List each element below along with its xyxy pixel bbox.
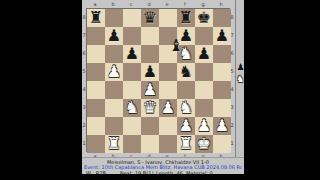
turn-indicator: W : R2B	[86, 171, 106, 176]
black-rook-a8[interactable]: ♜	[89, 9, 103, 27]
file-label-b: b	[104, 1, 122, 7]
black-rook-f8[interactable]: ♜	[179, 9, 193, 27]
square-b6[interactable]	[105, 45, 123, 63]
square-d3[interactable]: ♛	[141, 99, 159, 117]
square-c8[interactable]	[123, 9, 141, 27]
white-knight-icon: ♞	[236, 74, 245, 84]
rank-labels-right: 87654321	[230, 8, 234, 152]
rank-label-8: 8	[230, 8, 234, 26]
rank-label-5: 5	[230, 62, 234, 80]
video-frame: abcdefgh 87654321 ♜♛♜♚♟♟♟♟♞♟♟♟♞♟♞♛♟♞♟♟♟♜…	[0, 0, 320, 180]
white-knight-c3[interactable]: ♞	[125, 99, 139, 117]
file-label-f: f	[176, 1, 194, 7]
square-e8[interactable]	[159, 9, 177, 27]
square-f3[interactable]: ♞	[177, 99, 195, 117]
material-balance: Material: 0	[186, 171, 213, 176]
square-g5[interactable]	[195, 63, 213, 81]
rank-label-6: 6	[230, 44, 234, 62]
square-a4[interactable]	[87, 81, 105, 99]
rank-label-3: 3	[230, 98, 234, 116]
square-e3[interactable]: ♟	[159, 99, 177, 117]
game-info-footer: Meiselman, S - Ivanov, Chkhaidze VII 1-0…	[82, 157, 244, 174]
black-king-g8[interactable]: ♚	[197, 9, 211, 27]
square-a5[interactable]	[87, 63, 105, 81]
square-b3[interactable]	[105, 99, 123, 117]
square-c4[interactable]	[123, 81, 141, 99]
square-d7[interactable]	[141, 27, 159, 45]
square-h2[interactable]: ♟	[213, 117, 231, 135]
square-a2[interactable]	[87, 117, 105, 135]
square-g7[interactable]	[195, 27, 213, 45]
file-labels-top: abcdefgh	[86, 1, 230, 7]
square-g2[interactable]: ♟	[195, 117, 213, 135]
square-f2[interactable]: ♟	[177, 117, 195, 135]
square-a6[interactable]	[87, 45, 105, 63]
square-d2[interactable]	[141, 117, 159, 135]
square-a7[interactable]	[87, 27, 105, 45]
black-pawn-c6[interactable]: ♟	[125, 45, 139, 63]
file-label-e: e	[158, 1, 176, 7]
white-king-g1[interactable]: ♚	[197, 135, 211, 153]
black-pawn-icon: ♟	[236, 62, 245, 72]
white-pawn-b5[interactable]: ♟	[107, 63, 121, 81]
square-b1[interactable]: ♜	[105, 135, 123, 153]
white-pawn-h2[interactable]: ♟	[215, 117, 229, 135]
rank-label-4: 4	[230, 80, 234, 98]
square-h5[interactable]	[213, 63, 231, 81]
square-h3[interactable]	[213, 99, 231, 117]
white-knight-f3[interactable]: ♞	[179, 99, 193, 117]
square-c5[interactable]	[123, 63, 141, 81]
square-e1[interactable]	[159, 135, 177, 153]
square-d6[interactable]	[141, 45, 159, 63]
square-e4[interactable]	[159, 81, 177, 99]
square-h8[interactable]	[213, 9, 231, 27]
square-e5[interactable]	[159, 63, 177, 81]
square-d5[interactable]: ♟	[141, 63, 159, 81]
square-f8[interactable]: ♜	[177, 9, 195, 27]
square-a3[interactable]	[87, 99, 105, 117]
black-pawn-b7[interactable]: ♟	[107, 27, 121, 45]
letterbox-left	[0, 0, 82, 180]
file-label-d: d	[140, 1, 158, 7]
square-f4[interactable]	[177, 81, 195, 99]
black-knight-f5[interactable]: ♞	[179, 63, 193, 81]
square-e2[interactable]	[159, 117, 177, 135]
square-b2[interactable]	[105, 117, 123, 135]
players-result-line: Meiselman, S - Ivanov, Chkhaidze VII 1-0	[82, 160, 234, 165]
square-g1[interactable]: ♚	[195, 135, 213, 153]
square-b5[interactable]: ♟	[105, 63, 123, 81]
square-b4[interactable]	[105, 81, 123, 99]
black-pawn-d5[interactable]: ♟	[143, 63, 157, 81]
file-label-a: a	[86, 1, 104, 7]
square-a8[interactable]: ♜	[87, 9, 105, 27]
rank-label-7: 7	[230, 26, 234, 44]
square-c3[interactable]: ♞	[123, 99, 141, 117]
square-c2[interactable]	[123, 117, 141, 135]
game-length: Length: 46	[156, 171, 183, 176]
letterbox-right	[244, 0, 320, 180]
file-label-h: h	[212, 1, 230, 7]
square-a1[interactable]	[87, 135, 105, 153]
black-queen-d8[interactable]: ♛	[143, 9, 157, 27]
chess-gui-panel: abcdefgh 87654321 ♜♛♜♚♟♟♟♟♞♟♟♟♞♟♞♛♟♞♟♟♟♜…	[82, 0, 244, 174]
file-label-g: g	[194, 1, 212, 7]
square-c1[interactable]	[123, 135, 141, 153]
chess-board[interactable]: ♜♛♜♚♟♟♟♟♞♟♟♟♞♟♞♛♟♞♟♟♟♜♜♚♝	[86, 8, 230, 152]
rank-label-2: 2	[230, 116, 234, 134]
black-pawn-g6[interactable]: ♟	[197, 45, 211, 63]
square-d4[interactable]: ♟	[141, 81, 159, 99]
white-pawn-g2[interactable]: ♟	[197, 117, 211, 135]
material-tray: ♟ ♞	[235, 0, 244, 157]
file-label-c: c	[122, 1, 140, 7]
square-h1[interactable]	[213, 135, 231, 153]
white-rook-f1[interactable]: ♜	[179, 135, 193, 153]
white-pawn-f2[interactable]: ♟	[179, 117, 193, 135]
square-f1[interactable]: ♜	[177, 135, 195, 153]
square-b7[interactable]: ♟	[105, 27, 123, 45]
square-g8[interactable]: ♚	[195, 9, 213, 27]
square-c7[interactable]	[123, 27, 141, 45]
black-bishop-moving-e7-f6[interactable]: ♝	[167, 37, 185, 55]
white-pawn-d4[interactable]: ♟	[143, 81, 157, 99]
square-g4[interactable]	[195, 81, 213, 99]
next-move-indicator: Next: 19.B(1)	[120, 171, 153, 176]
square-h6[interactable]	[213, 45, 231, 63]
white-pawn-e3[interactable]: ♟	[161, 99, 175, 117]
square-f5[interactable]: ♞	[177, 63, 195, 81]
square-b8[interactable]	[105, 9, 123, 27]
white-rook-b1[interactable]: ♜	[107, 135, 121, 153]
square-g6[interactable]: ♟	[195, 45, 213, 63]
square-c6[interactable]: ♟	[123, 45, 141, 63]
square-h7[interactable]: ♟	[213, 27, 231, 45]
square-d8[interactable]: ♛	[141, 9, 159, 27]
square-g3[interactable]	[195, 99, 213, 117]
square-h4[interactable]	[213, 81, 231, 99]
rank-label-1: 1	[230, 134, 234, 152]
black-pawn-h7[interactable]: ♟	[215, 27, 229, 45]
square-d1[interactable]	[141, 135, 159, 153]
white-queen-d3[interactable]: ♛	[143, 99, 157, 117]
